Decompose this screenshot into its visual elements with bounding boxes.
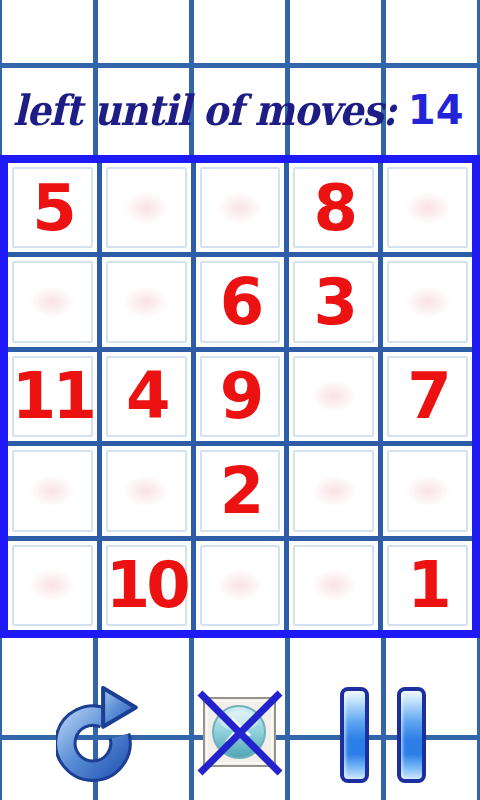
cell-r5c1[interactable] bbox=[8, 541, 97, 630]
cell-r4c4[interactable] bbox=[289, 446, 378, 535]
given-number: 2 bbox=[220, 459, 261, 523]
puzzle-board: 5863114972101 bbox=[0, 155, 480, 638]
cell-r3c4[interactable] bbox=[289, 352, 378, 441]
ghost-mark bbox=[29, 286, 75, 318]
ghost-mark bbox=[311, 569, 357, 601]
cell-r2c1[interactable] bbox=[8, 257, 97, 346]
ghost-mark bbox=[123, 192, 169, 224]
given-number: 4 bbox=[126, 364, 167, 428]
given-number: 1 bbox=[407, 553, 448, 617]
cell-r2c3[interactable]: 6 bbox=[196, 257, 285, 346]
ghost-mark bbox=[311, 380, 357, 412]
ghost-mark bbox=[405, 475, 451, 507]
restart-circular-arrow-icon bbox=[65, 688, 135, 771]
cell-r5c4[interactable] bbox=[289, 541, 378, 630]
ghost-mark bbox=[29, 569, 75, 601]
game-screen: left until of moves: 14 5863114972101 bbox=[0, 0, 480, 800]
ghost-mark bbox=[405, 286, 451, 318]
moves-left-value: 14 bbox=[408, 87, 464, 133]
given-number: 5 bbox=[32, 176, 73, 240]
cell-r2c2[interactable] bbox=[102, 257, 191, 346]
cell-r2c5[interactable] bbox=[383, 257, 472, 346]
restart-button[interactable] bbox=[56, 686, 138, 784]
given-number: 10 bbox=[106, 553, 187, 617]
cell-r2c4[interactable]: 3 bbox=[289, 257, 378, 346]
ghost-mark bbox=[123, 286, 169, 318]
crossed-out-play-icon bbox=[200, 693, 280, 773]
ghost-mark bbox=[311, 475, 357, 507]
given-number: 7 bbox=[407, 364, 448, 428]
cell-r5c5[interactable]: 1 bbox=[383, 541, 472, 630]
cell-r3c5[interactable]: 7 bbox=[383, 352, 472, 441]
hint-disabled-button[interactable] bbox=[197, 690, 283, 776]
cell-r1c5[interactable] bbox=[383, 163, 472, 252]
cell-r1c1[interactable]: 5 bbox=[8, 163, 97, 252]
given-number: 9 bbox=[220, 364, 261, 428]
cell-r4c5[interactable] bbox=[383, 446, 472, 535]
ghost-mark bbox=[123, 475, 169, 507]
cell-r5c2[interactable]: 10 bbox=[102, 541, 191, 630]
cell-r3c3[interactable]: 9 bbox=[196, 352, 285, 441]
ghost-mark bbox=[405, 192, 451, 224]
given-number: 6 bbox=[220, 270, 261, 334]
cell-r5c3[interactable] bbox=[196, 541, 285, 630]
pause-bars-icon bbox=[340, 687, 369, 783]
cell-r3c1[interactable]: 11 bbox=[8, 352, 97, 441]
cell-r3c2[interactable]: 4 bbox=[102, 352, 191, 441]
ghost-mark bbox=[29, 475, 75, 507]
cell-r4c1[interactable] bbox=[8, 446, 97, 535]
ghost-mark bbox=[217, 192, 263, 224]
given-number: 8 bbox=[314, 176, 355, 240]
moves-header: left until of moves: 14 bbox=[0, 66, 480, 154]
given-number: 11 bbox=[12, 364, 93, 428]
moves-left-label: left until of moves: bbox=[13, 85, 396, 135]
pause-button[interactable] bbox=[340, 687, 426, 783]
cell-r4c3[interactable]: 2 bbox=[196, 446, 285, 535]
cell-r1c2[interactable] bbox=[102, 163, 191, 252]
cell-r4c2[interactable] bbox=[102, 446, 191, 535]
pause-bars-icon bbox=[397, 687, 426, 783]
given-number: 3 bbox=[314, 270, 355, 334]
cell-r1c3[interactable] bbox=[196, 163, 285, 252]
cell-r1c4[interactable]: 8 bbox=[289, 163, 378, 252]
ghost-mark bbox=[217, 569, 263, 601]
